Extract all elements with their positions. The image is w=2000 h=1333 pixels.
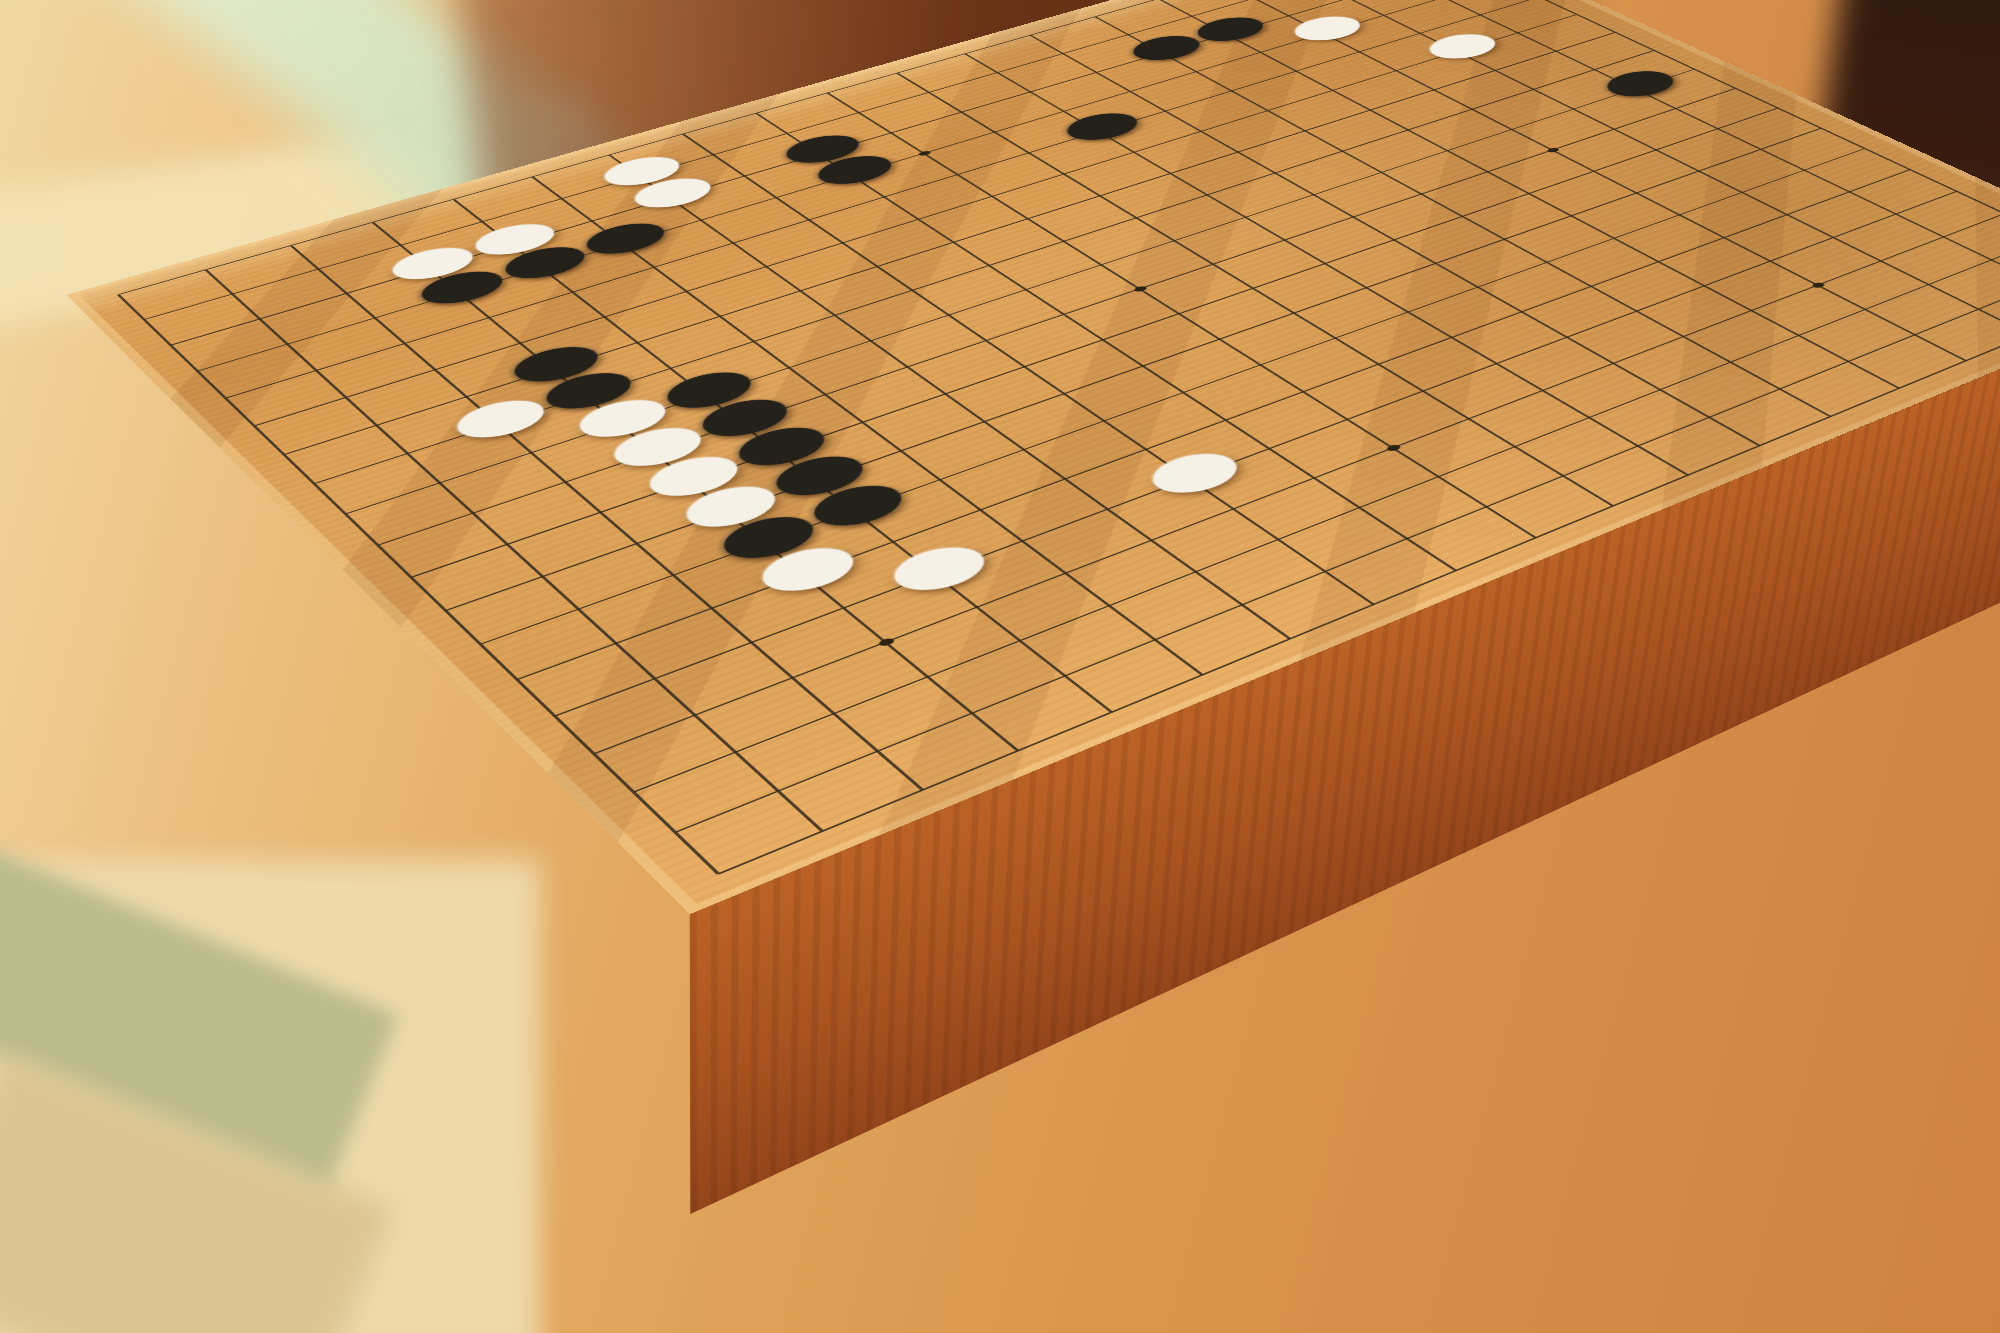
goban-scene: ●●●●●●●●●●●●●●●●●●●●●●●●●●●●●●● (0, 0, 2000, 1333)
goban: ●●●●●●●●●●●●●●●●●●●●●●●●●●●●●●● (66, 0, 2000, 914)
